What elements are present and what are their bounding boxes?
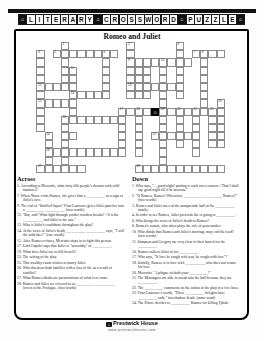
- crossword-cell[interactable]: [143, 67, 151, 75]
- grid-background: [233, 140, 241, 148]
- crossword-cell[interactable]: 20: [176, 108, 184, 116]
- crossword-cell[interactable]: [192, 148, 200, 156]
- crossword-cell[interactable]: [192, 124, 200, 132]
- crossword-cell[interactable]: 23: [61, 116, 69, 124]
- crossword-cell[interactable]: [135, 148, 143, 156]
- crossword-cell[interactable]: [208, 132, 216, 140]
- crossword-cell[interactable]: [200, 67, 208, 75]
- crossword-cell[interactable]: [217, 108, 225, 116]
- crossword-cell[interactable]: [61, 58, 69, 66]
- across-clue: 14. At the news of Juliet's death, _____…: [17, 229, 124, 238]
- down-clue: 3. Romeo and Juliet meet at the masquera…: [132, 204, 239, 213]
- crossword-cell[interactable]: [176, 140, 184, 148]
- grid-background: [225, 99, 233, 107]
- crossword-cell[interactable]: [135, 124, 143, 132]
- grid-background: [94, 75, 102, 83]
- crossword-cell[interactable]: 9: [126, 58, 134, 66]
- grid-background: [86, 83, 94, 91]
- crossword-cell[interactable]: [208, 116, 216, 124]
- crossword-cell[interactable]: [135, 116, 143, 124]
- down-clue: 4. In order to see Romeo, Juliet pretend…: [132, 213, 239, 217]
- crossword-cell[interactable]: [217, 124, 225, 132]
- grid-background: [45, 124, 53, 132]
- crossword-cell[interactable]: [159, 91, 167, 99]
- crossword-cell[interactable]: [69, 99, 77, 107]
- crossword-cell[interactable]: [102, 116, 110, 124]
- crossword-cell[interactable]: [118, 124, 126, 132]
- crossword-cell[interactable]: 21: [192, 108, 200, 116]
- crossword-cell[interactable]: 18: [135, 108, 143, 116]
- crossword-cell[interactable]: [159, 124, 167, 132]
- crossword-cell[interactable]: 25: [151, 132, 159, 140]
- crossword-cell[interactable]: [118, 148, 126, 156]
- grid-background: [151, 116, 159, 124]
- grid-background: [45, 108, 53, 116]
- crossword-cell[interactable]: [167, 108, 175, 116]
- grid-background: [20, 75, 28, 83]
- crossword-cell[interactable]: [45, 99, 53, 107]
- crossword-cell[interactable]: [110, 50, 118, 58]
- crossword-cell[interactable]: 14: [69, 91, 77, 99]
- crossword-cell[interactable]: [200, 58, 208, 66]
- grid-background: [184, 67, 192, 75]
- clue-number: 13: [128, 84, 131, 87]
- grid-background: [20, 108, 28, 116]
- crossword-cell[interactable]: 13: [126, 83, 134, 91]
- crossword-cell[interactable]: [176, 91, 184, 99]
- crossword-cell[interactable]: [94, 116, 102, 124]
- crossword-cell[interactable]: [61, 132, 69, 140]
- across-clue: 27. What Romeo thinks are premonitions o…: [17, 276, 124, 280]
- crossword-cell[interactable]: [200, 83, 208, 91]
- across-list: 5. According to Mercutio, what fairy fil…: [17, 184, 124, 290]
- crossword-cell[interactable]: [36, 75, 44, 83]
- crossword-cell[interactable]: [135, 83, 143, 91]
- grid-background: [233, 83, 241, 91]
- crossword-cell[interactable]: [36, 116, 44, 124]
- crossword-cell[interactable]: 22: [208, 108, 216, 116]
- grid-background: [135, 42, 143, 50]
- crossword-cell[interactable]: [61, 165, 69, 173]
- clue-number: 14: [71, 92, 74, 95]
- grid-background: [225, 148, 233, 156]
- crossword-cell[interactable]: [143, 165, 151, 173]
- grid-background: [200, 132, 208, 140]
- grid-background: [184, 83, 192, 91]
- crossword-cell[interactable]: [69, 108, 77, 116]
- crossword-cell[interactable]: [184, 58, 192, 66]
- crossword-cell[interactable]: [184, 165, 192, 173]
- grid-background: [184, 42, 192, 50]
- crossword-cell[interactable]: [176, 83, 184, 91]
- crossword-cell[interactable]: 16: [217, 99, 225, 107]
- grid-background: [192, 58, 200, 66]
- grid-background: [217, 157, 225, 165]
- clue-number: 23: [63, 116, 66, 119]
- grid-background: [126, 116, 134, 124]
- crossword-cell[interactable]: [159, 67, 167, 75]
- clue-number: 12: [38, 84, 41, 87]
- crossword-cell[interactable]: [86, 116, 94, 124]
- grid-background: [200, 124, 208, 132]
- grid-background: [20, 116, 28, 124]
- crossword-cell[interactable]: [69, 83, 77, 91]
- grid-background: [192, 67, 200, 75]
- crossword-cell[interactable]: [94, 50, 102, 58]
- crossword-cell[interactable]: 26: [45, 148, 53, 156]
- across-clue: 28. Romeo and Juliet are referred to as …: [17, 282, 124, 291]
- crossword-cell[interactable]: 11: [69, 67, 77, 75]
- crossword-cell[interactable]: [61, 83, 69, 91]
- across-clue: 15. After Romeo refuses, Mercutio steps …: [17, 239, 124, 243]
- across-clue: 5. According to Mercutio, what fairy fil…: [17, 184, 124, 193]
- clue-number: 21: [194, 108, 197, 111]
- crossword-cell[interactable]: [192, 140, 200, 148]
- crossword-cell[interactable]: 15: [36, 99, 44, 107]
- crossword-cell[interactable]: [159, 157, 167, 165]
- grid-background: [208, 148, 216, 156]
- crossword-cell[interactable]: [36, 124, 44, 132]
- grid-background: [110, 67, 118, 75]
- grid-background: [167, 148, 175, 156]
- grid-background: [110, 132, 118, 140]
- crossword-cell[interactable]: [200, 75, 208, 83]
- crossword-cell[interactable]: 8: [200, 50, 208, 58]
- crossword-cell[interactable]: [36, 58, 44, 66]
- crossword-cell[interactable]: [159, 132, 167, 140]
- grid-background: [217, 42, 225, 50]
- crossword-cell[interactable]: [53, 165, 61, 173]
- grid-background: [233, 132, 241, 140]
- crossword-cell[interactable]: [53, 83, 61, 91]
- grid-background: [208, 75, 216, 83]
- grid-background: [53, 58, 61, 66]
- grid-background: [77, 58, 85, 66]
- crossword-cell[interactable]: [135, 91, 143, 99]
- crossword-cell[interactable]: [143, 58, 151, 66]
- grid-background: [233, 42, 241, 50]
- grid-background: [28, 116, 36, 124]
- crossword-cell[interactable]: [77, 165, 85, 173]
- grid-background: [233, 108, 241, 116]
- grid-background: [20, 124, 28, 132]
- clue-number: 19: [161, 108, 164, 111]
- grid-background: [86, 75, 94, 83]
- crossword-cell[interactable]: [102, 67, 110, 75]
- across-clue: 13. Who is Juliet's confidante throughou…: [17, 223, 124, 227]
- grid-background: [151, 42, 159, 50]
- crossword-cell[interactable]: 27: [36, 165, 44, 173]
- crossword-cell[interactable]: [217, 165, 225, 173]
- grid-background: [225, 140, 233, 148]
- grid-background: [118, 75, 126, 83]
- grid-background: [167, 116, 175, 124]
- crossword-cell[interactable]: [86, 148, 94, 156]
- grid-background: [45, 58, 53, 66]
- footer: ⌂Prestwick House www.prestwickhouse.com: [0, 320, 264, 332]
- grid-background: [192, 75, 200, 83]
- grid-background: [94, 83, 102, 91]
- crossword-cell[interactable]: [217, 116, 225, 124]
- grid-background: [53, 116, 61, 124]
- crossword-cell[interactable]: [159, 116, 167, 124]
- crossword-cell[interactable]: 24: [45, 132, 53, 140]
- crossword-cell[interactable]: [200, 91, 208, 99]
- crossword-cell[interactable]: 1: [61, 42, 69, 50]
- grid-background: [77, 157, 85, 165]
- crossword-cell[interactable]: [53, 99, 61, 107]
- crossword-cell[interactable]: [159, 75, 167, 83]
- crossword-cell[interactable]: [167, 58, 175, 66]
- clue-number: 7: [194, 51, 196, 54]
- clue-number: 8: [202, 51, 204, 54]
- crossword-cell[interactable]: [110, 148, 118, 156]
- crossword-cell[interactable]: [135, 58, 143, 66]
- grid-background: [28, 83, 36, 91]
- prestwick-house-logo-icon: ⌂: [106, 322, 111, 327]
- grid-background: [200, 42, 208, 50]
- grid-background: [225, 50, 233, 58]
- grid-background: [233, 58, 241, 66]
- crossword-cell[interactable]: 6: [102, 50, 110, 58]
- crossword-cell[interactable]: [61, 75, 69, 83]
- crossword-cell[interactable]: [77, 91, 85, 99]
- crossword-cell[interactable]: [45, 165, 53, 173]
- crossword-cell[interactable]: [217, 140, 225, 148]
- crossword-cell[interactable]: [126, 75, 134, 83]
- brand-name: Prestwick House: [113, 320, 158, 326]
- grid-background: [151, 148, 159, 156]
- grid-background: [102, 165, 110, 173]
- grid-background: [118, 50, 126, 58]
- grid-background: [53, 91, 61, 99]
- crossword-cell[interactable]: 5: [53, 50, 61, 58]
- crossword-cell[interactable]: [176, 50, 184, 58]
- crossword-cell[interactable]: [102, 91, 110, 99]
- grid-background: [200, 157, 208, 165]
- crossword-cell[interactable]: [36, 67, 44, 75]
- crossword-cell[interactable]: [45, 157, 53, 165]
- clue-number: 4: [38, 51, 40, 54]
- crossword-cell[interactable]: [135, 75, 143, 83]
- crossword-cell[interactable]: [61, 67, 69, 75]
- crossword-cell[interactable]: [151, 58, 159, 66]
- grid-background: [217, 58, 225, 66]
- crossword-cell[interactable]: [167, 165, 175, 173]
- grid-background: [192, 91, 200, 99]
- down-clue: 10. Who thinks that Romeo and Juliet's m…: [132, 230, 239, 239]
- crossword-cell[interactable]: [143, 83, 151, 91]
- crossword-cell[interactable]: [69, 148, 77, 156]
- grid-background: [94, 124, 102, 132]
- crossword-cell[interactable]: 7: [192, 50, 200, 58]
- grid-background: [86, 42, 94, 50]
- crossword-cell[interactable]: [176, 132, 184, 140]
- crossword-cell[interactable]: [69, 75, 77, 83]
- grid-background: [176, 148, 184, 156]
- grid-background: [217, 148, 225, 156]
- grid-background: [126, 148, 134, 156]
- crossword-cell[interactable]: 28: [135, 165, 143, 173]
- grid-background: [28, 75, 36, 83]
- crossword-cell[interactable]: [208, 165, 216, 173]
- crossword-cell[interactable]: [69, 50, 77, 58]
- crossword-cell[interactable]: [126, 67, 134, 75]
- crossword-cell[interactable]: [53, 148, 61, 156]
- crossword-cell[interactable]: [200, 165, 208, 173]
- grid-background: [217, 67, 225, 75]
- grid-background: [233, 75, 241, 83]
- crossword-cell[interactable]: [45, 83, 53, 91]
- crossword-cell[interactable]: 10: [159, 58, 167, 66]
- clue-number: 3: [177, 43, 179, 46]
- crossword-cell[interactable]: [151, 83, 159, 91]
- grid-background: [151, 50, 159, 58]
- grid-background: [94, 132, 102, 140]
- crossword-cell[interactable]: [86, 50, 94, 58]
- crossword-cell[interactable]: [176, 124, 184, 132]
- crossword-cell[interactable]: [86, 91, 94, 99]
- clue-number: 25: [153, 133, 156, 136]
- crossword-cell[interactable]: [102, 148, 110, 156]
- grid-background: [28, 91, 36, 99]
- grid-background: [77, 67, 85, 75]
- crossword-cell[interactable]: [118, 116, 126, 124]
- crossword-cell[interactable]: [176, 67, 184, 75]
- grid-background: [77, 140, 85, 148]
- grid-background: [192, 42, 200, 50]
- crossword-cell[interactable]: [143, 91, 151, 99]
- grid-background: [20, 132, 28, 140]
- crossword-cell[interactable]: [61, 140, 69, 148]
- grid-background: [110, 165, 118, 173]
- grid-background: [143, 42, 151, 50]
- crossword-cell[interactable]: [126, 108, 134, 116]
- crossword-cell[interactable]: [143, 75, 151, 83]
- crossword-cell[interactable]: [159, 140, 167, 148]
- crossword-cell[interactable]: 19: [159, 108, 167, 116]
- crossword-cell[interactable]: [176, 58, 184, 66]
- down-clue: 17. Who says, "If love be rough with you…: [132, 255, 239, 259]
- crossword-cell[interactable]: [102, 83, 110, 91]
- down-clue: 11. Sampson and Gregory are very clear i…: [132, 240, 239, 249]
- crossword-cell[interactable]: [61, 99, 69, 107]
- crossword-cell[interactable]: [159, 83, 167, 91]
- crossword-cell[interactable]: [102, 75, 110, 83]
- crossword-cell[interactable]: [217, 132, 225, 140]
- crossword-cell[interactable]: [77, 50, 85, 58]
- crossword-cell[interactable]: [61, 157, 69, 165]
- grid-background: [167, 50, 175, 58]
- grid-background: [233, 50, 241, 58]
- grid-background: [53, 132, 61, 140]
- grid-background: [94, 42, 102, 50]
- grid-background: [225, 108, 233, 116]
- crossword-cell[interactable]: 4: [36, 50, 44, 58]
- crossword-cell[interactable]: [192, 132, 200, 140]
- grid-background: [143, 116, 151, 124]
- page-title: Romeo and Juliet: [0, 33, 264, 41]
- grid-background: [53, 67, 61, 75]
- grid-background: [20, 99, 28, 107]
- across-heading: Across: [17, 175, 124, 182]
- crossword-cell[interactable]: [200, 108, 208, 116]
- grid-background: [77, 75, 85, 83]
- grid-background: [86, 58, 94, 66]
- grid-background: [86, 67, 94, 75]
- clue-number: 6: [103, 51, 105, 54]
- crossword-cell[interactable]: [143, 108, 151, 116]
- grid-background: [86, 108, 94, 116]
- crossword-cell[interactable]: [184, 108, 192, 116]
- crossword-cell[interactable]: [135, 132, 143, 140]
- crossword-cell[interactable]: [200, 99, 208, 107]
- crossword-cell[interactable]: [159, 165, 167, 173]
- crossword-cell[interactable]: [36, 108, 44, 116]
- crossword-cell[interactable]: [167, 132, 175, 140]
- crossword-cell[interactable]: [217, 50, 225, 58]
- crossword-cell[interactable]: [208, 124, 216, 132]
- crossword-cell[interactable]: [118, 140, 126, 148]
- crossword-cell[interactable]: [126, 91, 134, 99]
- crossword-cell[interactable]: [69, 116, 77, 124]
- grid-background: [143, 132, 151, 140]
- crossword-cell[interactable]: [192, 116, 200, 124]
- grid-background: [69, 140, 77, 148]
- crossword-cell[interactable]: [110, 116, 118, 124]
- crossword-cell[interactable]: [94, 148, 102, 156]
- crossword-cell[interactable]: 2: [126, 42, 134, 50]
- crossword-cell[interactable]: [61, 148, 69, 156]
- clue-number: 5: [54, 51, 56, 54]
- crossword-cell[interactable]: [192, 165, 200, 173]
- grid-background: [225, 165, 233, 173]
- crossword-cell[interactable]: [135, 67, 143, 75]
- grid-background: [102, 132, 110, 140]
- grid-background: [77, 99, 85, 107]
- crossword-cell[interactable]: [77, 116, 85, 124]
- crossword-cell[interactable]: [61, 124, 69, 132]
- crossword-cell[interactable]: 3: [176, 42, 184, 50]
- crossword-cell[interactable]: [69, 132, 77, 140]
- crossword-cell[interactable]: [69, 165, 77, 173]
- crossword-cell[interactable]: [167, 83, 175, 91]
- crossword-cell[interactable]: [159, 148, 167, 156]
- crossword-cell[interactable]: [94, 91, 102, 99]
- grid-background: [225, 42, 233, 50]
- crossword-cell[interactable]: [176, 165, 184, 173]
- crossword-cell[interactable]: 17: [118, 108, 126, 116]
- grid-background: [233, 124, 241, 132]
- grid-background: [110, 58, 118, 66]
- crossword-cell[interactable]: [77, 148, 85, 156]
- crossword-cell[interactable]: [61, 50, 69, 58]
- grid-background: [69, 157, 77, 165]
- crossword-cell[interactable]: [176, 116, 184, 124]
- crossword-cell[interactable]: [208, 140, 216, 148]
- across-clue: 26. Who threatens both families with a l…: [17, 266, 124, 275]
- grid-background: [86, 124, 94, 132]
- crossword-cell[interactable]: [208, 50, 216, 58]
- crossword-cell[interactable]: 12: [36, 83, 44, 91]
- crossword-cell[interactable]: [135, 140, 143, 148]
- crossword-cell[interactable]: [118, 132, 126, 140]
- crossword-cell[interactable]: [176, 75, 184, 83]
- crossword-cell[interactable]: [184, 132, 192, 140]
- grid-background: [143, 140, 151, 148]
- crossword-cell[interactable]: [151, 165, 159, 173]
- crossword-cell[interactable]: [102, 58, 110, 66]
